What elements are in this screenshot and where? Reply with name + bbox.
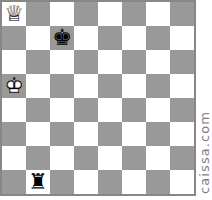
square-d1[interactable] [74,170,98,194]
square-f7[interactable] [122,26,146,50]
square-d2[interactable] [74,146,98,170]
square-g3[interactable] [146,122,170,146]
square-a6[interactable] [2,50,26,74]
square-e8[interactable] [98,2,122,26]
square-d4[interactable] [74,98,98,122]
square-a8[interactable]: ♛♕ [2,2,26,26]
black-rook-piece[interactable]: ♜ [26,170,50,194]
square-a3[interactable] [2,122,26,146]
square-f2[interactable] [122,146,146,170]
chess-board: ♛♕♚♚♔♜ [0,0,196,196]
white-king-piece[interactable]: ♚♔ [2,74,26,98]
chess-diagram: ♛♕♚♚♔♜ caissa.com [0,0,212,200]
square-g6[interactable] [146,50,170,74]
square-c3[interactable] [50,122,74,146]
square-b6[interactable] [26,50,50,74]
black-king-piece[interactable]: ♚ [50,26,74,50]
square-d5[interactable] [74,74,98,98]
square-b4[interactable] [26,98,50,122]
square-e1[interactable] [98,170,122,194]
square-d3[interactable] [74,122,98,146]
square-a1[interactable] [2,170,26,194]
square-h4[interactable] [170,98,194,122]
square-g5[interactable] [146,74,170,98]
square-h2[interactable] [170,146,194,170]
square-b3[interactable] [26,122,50,146]
square-a4[interactable] [2,98,26,122]
square-h7[interactable] [170,26,194,50]
square-b2[interactable] [26,146,50,170]
square-h1[interactable] [170,170,194,194]
square-h3[interactable] [170,122,194,146]
square-e7[interactable] [98,26,122,50]
square-f3[interactable] [122,122,146,146]
square-c2[interactable] [50,146,74,170]
square-g1[interactable] [146,170,170,194]
square-h8[interactable] [170,2,194,26]
square-b7[interactable] [26,26,50,50]
square-c6[interactable] [50,50,74,74]
square-f6[interactable] [122,50,146,74]
square-c1[interactable] [50,170,74,194]
square-e2[interactable] [98,146,122,170]
square-f1[interactable] [122,170,146,194]
watermark-text: caissa.com [197,111,212,194]
square-g4[interactable] [146,98,170,122]
square-a2[interactable] [2,146,26,170]
square-e6[interactable] [98,50,122,74]
white-queen-glyph: ♕ [2,2,26,26]
square-d6[interactable] [74,50,98,74]
square-g8[interactable] [146,2,170,26]
white-queen-piece[interactable]: ♛♕ [2,2,26,26]
square-h5[interactable] [170,74,194,98]
square-e4[interactable] [98,98,122,122]
square-e3[interactable] [98,122,122,146]
square-g7[interactable] [146,26,170,50]
square-c8[interactable] [50,2,74,26]
square-b8[interactable] [26,2,50,26]
square-e5[interactable] [98,74,122,98]
square-h6[interactable] [170,50,194,74]
square-g2[interactable] [146,146,170,170]
square-d8[interactable] [74,2,98,26]
square-f5[interactable] [122,74,146,98]
black-king-glyph: ♚ [50,26,74,50]
square-b1[interactable]: ♜ [26,170,50,194]
square-f4[interactable] [122,98,146,122]
square-a5[interactable]: ♚♔ [2,74,26,98]
square-c5[interactable] [50,74,74,98]
square-c7[interactable]: ♚ [50,26,74,50]
square-b5[interactable] [26,74,50,98]
square-a7[interactable] [2,26,26,50]
black-rook-glyph: ♜ [26,170,50,194]
square-f8[interactable] [122,2,146,26]
white-king-glyph: ♔ [2,74,26,98]
square-c4[interactable] [50,98,74,122]
square-d7[interactable] [74,26,98,50]
